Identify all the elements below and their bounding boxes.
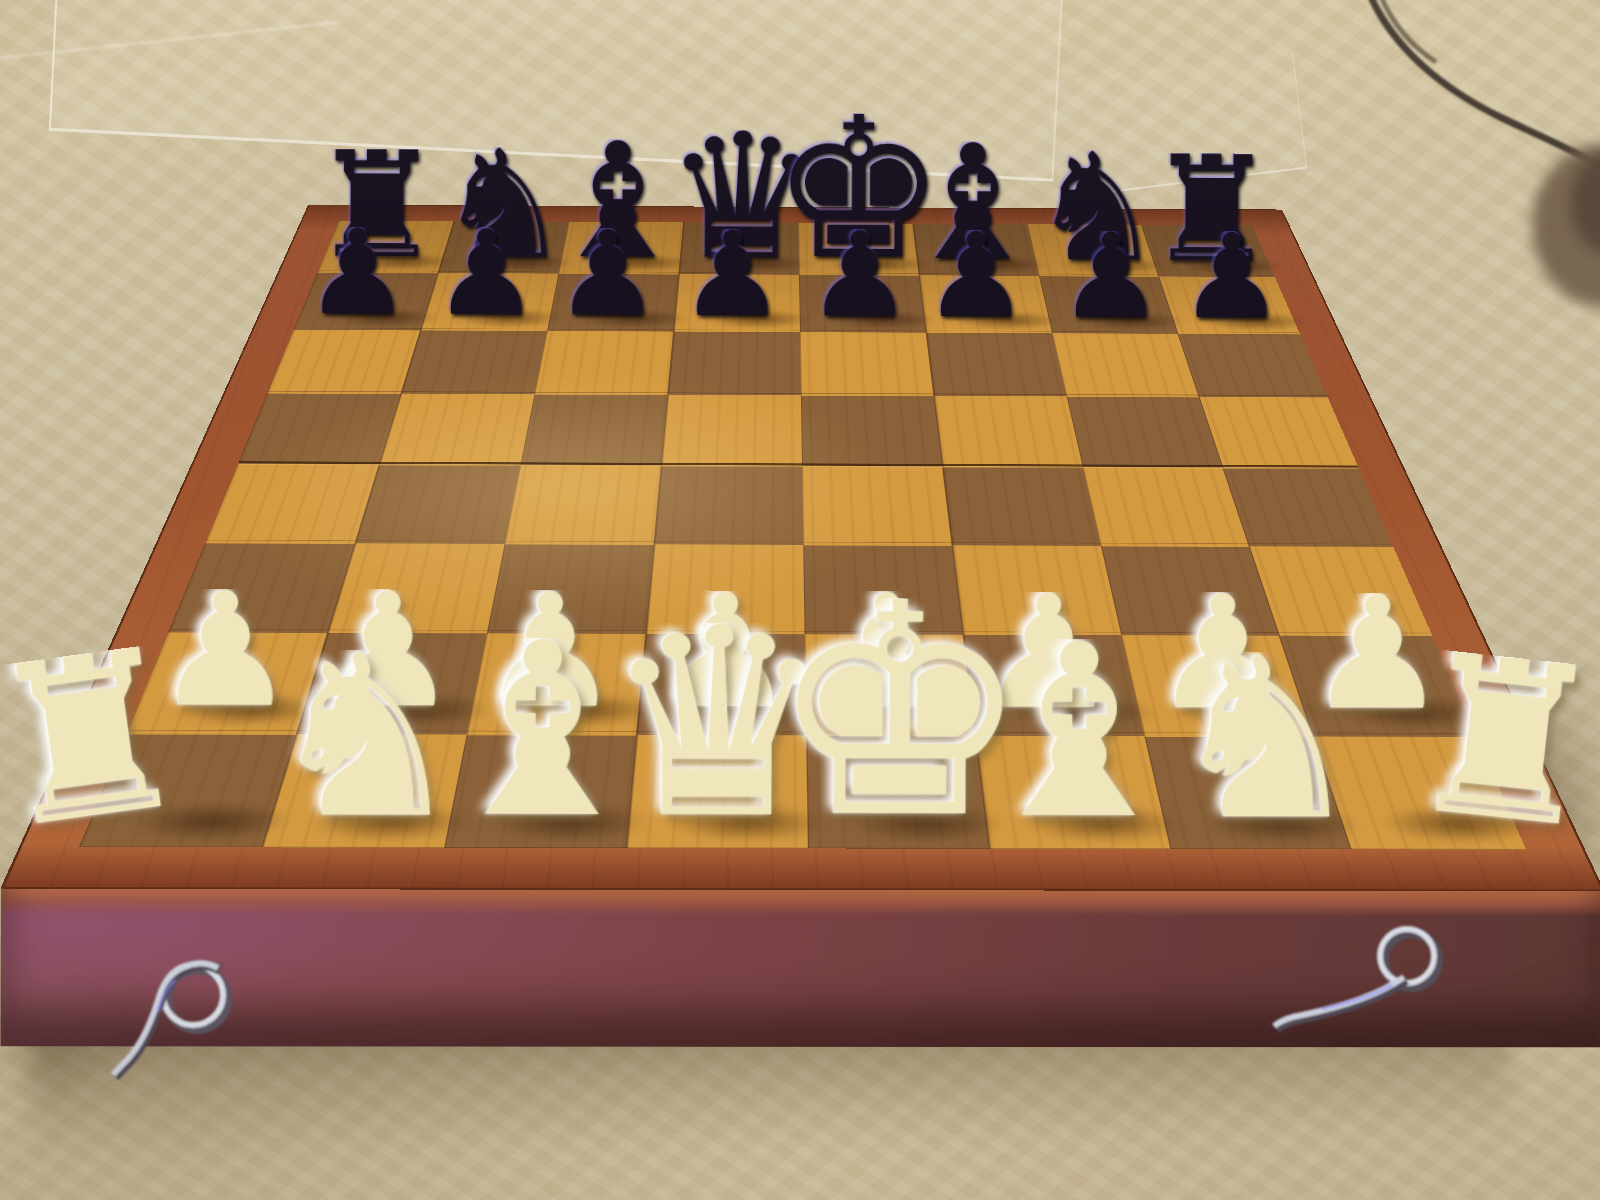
chess-board: ♜♞♝♛♚♝♞♜♟♟♟♟♟♟♟♟♟♟♟♟♟♟♟♟♜♞♝♛♚♝♞♜ [79, 221, 1526, 850]
piece-white-knight: ♞ [1165, 652, 1366, 827]
square-e6 [798, 332, 931, 396]
square-g4 [1080, 466, 1246, 545]
square-g5 [1064, 396, 1219, 467]
square-g6 [1049, 333, 1195, 397]
piece-black-pawn: ♟ [304, 227, 410, 319]
square-d7: ♟ [672, 274, 798, 332]
square-b7: ♟ [420, 273, 558, 331]
piece-white-knight: ♞ [264, 649, 467, 825]
piece-black-pawn: ♟ [1058, 230, 1163, 322]
piece-black-pawn: ♟ [807, 229, 913, 321]
square-e7: ♟ [797, 275, 923, 333]
board-scene: ♜♞♝♛♚♝♞♜♟♟♟♟♟♟♟♟♟♟♟♟♟♟♟♟♜♞♝♛♚♝♞♜ [194, 0, 1406, 1071]
square-f4 [940, 466, 1098, 545]
chess-board-box: ♜♞♝♛♚♝♞♜♟♟♟♟♟♟♟♟♟♟♟♟♟♟♟♟♜♞♝♛♚♝♞♜ [0, 205, 1600, 892]
square-f6 [924, 332, 1064, 396]
square-c7: ♟ [546, 274, 677, 332]
piece-black-pawn: ♟ [923, 230, 1028, 322]
square-b5 [379, 393, 534, 464]
square-f7: ♟ [917, 275, 1049, 333]
square-e1: ♚ [804, 733, 986, 849]
piece-black-pawn: ♟ [679, 228, 785, 320]
piece-white-rook: ♜ [0, 641, 199, 838]
square-a4 [206, 463, 379, 542]
square-b6 [401, 330, 547, 394]
square-c5 [520, 394, 667, 465]
square-h7: ♟ [1156, 276, 1300, 334]
square-a7: ♟ [294, 272, 438, 330]
square-b4 [355, 463, 520, 542]
piece-black-pawn: ♟ [1179, 231, 1284, 323]
square-d6 [666, 331, 799, 395]
square-g1: ♞ [1140, 734, 1346, 850]
square-h4 [1219, 467, 1393, 546]
square-b1: ♞ [261, 732, 466, 848]
square-a6 [268, 329, 421, 393]
square-h5 [1196, 396, 1359, 467]
square-d5 [660, 394, 800, 465]
piece-black-pawn: ♟ [555, 228, 661, 320]
piece-white-king: ♚ [768, 597, 1031, 826]
piece-black-pawn: ♟ [433, 227, 539, 319]
square-c6 [534, 331, 673, 395]
piece-white-rook: ♜ [1400, 647, 1600, 837]
square-c4 [504, 464, 660, 543]
square-a5 [238, 393, 400, 464]
box-front-face [0, 887, 1600, 1048]
square-h6 [1175, 333, 1328, 397]
square-f5 [931, 395, 1079, 466]
square-e5 [799, 395, 940, 466]
square-d4 [653, 464, 801, 543]
square-e4 [800, 465, 949, 544]
square-g7: ♟ [1036, 276, 1174, 334]
